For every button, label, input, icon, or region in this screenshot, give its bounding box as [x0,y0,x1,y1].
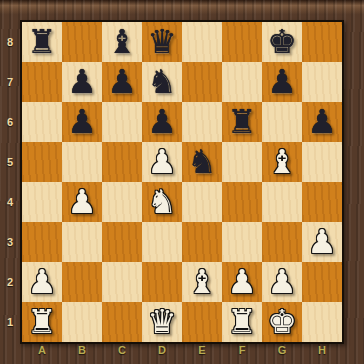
rank-label-6: 6 [0,102,20,142]
square-f7[interactable] [222,62,262,102]
square-e7[interactable] [182,62,222,102]
file-label-d: D [142,341,182,358]
square-c7[interactable]: ♟ [102,62,142,102]
square-c3[interactable] [102,222,142,262]
square-b8[interactable] [62,22,102,62]
black-pawn[interactable]: ♟ [107,62,137,102]
square-a5[interactable] [22,142,62,182]
file-label-b: B [62,341,102,358]
white-rook[interactable]: ♜ [227,302,257,342]
square-e8[interactable] [182,22,222,62]
square-d1[interactable]: ♛ [142,302,182,342]
square-b6[interactable]: ♟ [62,102,102,142]
square-a2[interactable]: ♟ [22,262,62,302]
board-frame: 87654321 ♜♝♛♚♟♟♞♟♟♟♜♟♟♞♝♟♞♟♟♝♟♟♜♛♜♚ ABCD… [0,0,364,364]
white-pawn[interactable]: ♟ [27,262,57,302]
square-g4[interactable] [262,182,302,222]
square-b3[interactable] [62,222,102,262]
square-e5[interactable]: ♞ [182,142,222,182]
file-label-g: G [262,341,302,358]
square-c4[interactable] [102,182,142,222]
rank-label-2: 2 [0,262,20,302]
square-b7[interactable]: ♟ [62,62,102,102]
square-g1[interactable]: ♚ [262,302,302,342]
black-knight[interactable]: ♞ [147,62,177,102]
square-e2[interactable]: ♝ [182,262,222,302]
square-h1[interactable] [302,302,342,342]
square-d5[interactable]: ♟ [142,142,182,182]
square-c8[interactable]: ♝ [102,22,142,62]
black-pawn[interactable]: ♟ [147,102,177,142]
black-pawn[interactable]: ♟ [267,62,297,102]
square-f5[interactable] [222,142,262,182]
square-e4[interactable] [182,182,222,222]
square-h7[interactable] [302,62,342,102]
white-pawn[interactable]: ♟ [307,222,337,262]
rank-label-5: 5 [0,142,20,182]
square-a1[interactable]: ♜ [22,302,62,342]
square-a4[interactable] [22,182,62,222]
square-g8[interactable]: ♚ [262,22,302,62]
black-queen[interactable]: ♛ [147,22,177,62]
square-a8[interactable]: ♜ [22,22,62,62]
black-pawn[interactable]: ♟ [307,102,337,142]
square-c6[interactable] [102,102,142,142]
square-e3[interactable] [182,222,222,262]
square-e1[interactable] [182,302,222,342]
black-rook[interactable]: ♜ [227,102,257,142]
square-c5[interactable] [102,142,142,182]
square-h3[interactable]: ♟ [302,222,342,262]
square-d6[interactable]: ♟ [142,102,182,142]
black-king[interactable]: ♚ [267,22,297,62]
square-c1[interactable] [102,302,142,342]
white-pawn[interactable]: ♟ [227,262,257,302]
square-f2[interactable]: ♟ [222,262,262,302]
square-h4[interactable] [302,182,342,222]
rank-label-4: 4 [0,182,20,222]
square-g5[interactable]: ♝ [262,142,302,182]
file-label-h: H [302,341,342,358]
square-f3[interactable] [222,222,262,262]
rank-labels: 87654321 [0,22,20,342]
square-a6[interactable] [22,102,62,142]
square-h2[interactable] [302,262,342,302]
square-b5[interactable] [62,142,102,182]
file-label-f: F [222,341,262,358]
white-bishop[interactable]: ♝ [267,142,297,182]
square-d7[interactable]: ♞ [142,62,182,102]
file-label-a: A [22,341,62,358]
square-b1[interactable] [62,302,102,342]
square-g3[interactable] [262,222,302,262]
square-f6[interactable]: ♜ [222,102,262,142]
black-knight[interactable]: ♞ [187,142,217,182]
white-queen[interactable]: ♛ [147,302,177,342]
black-pawn[interactable]: ♟ [67,102,97,142]
square-h5[interactable] [302,142,342,182]
white-bishop[interactable]: ♝ [187,262,217,302]
white-knight[interactable]: ♞ [147,182,177,222]
file-labels: ABCDEFGH [22,341,342,358]
square-f1[interactable]: ♜ [222,302,262,342]
rank-label-3: 3 [0,222,20,262]
black-rook[interactable]: ♜ [27,22,57,62]
square-a3[interactable] [22,222,62,262]
square-f8[interactable] [222,22,262,62]
black-bishop[interactable]: ♝ [107,22,137,62]
square-f4[interactable] [222,182,262,222]
white-pawn[interactable]: ♟ [267,262,297,302]
square-d3[interactable] [142,222,182,262]
white-pawn[interactable]: ♟ [67,182,97,222]
black-pawn[interactable]: ♟ [67,62,97,102]
rank-label-8: 8 [0,22,20,62]
rank-label-1: 1 [0,302,20,342]
rank-label-7: 7 [0,62,20,102]
square-d8[interactable]: ♛ [142,22,182,62]
square-e6[interactable] [182,102,222,142]
white-king[interactable]: ♚ [267,302,297,342]
square-d4[interactable]: ♞ [142,182,182,222]
square-g2[interactable]: ♟ [262,262,302,302]
square-g7[interactable]: ♟ [262,62,302,102]
square-h6[interactable]: ♟ [302,102,342,142]
square-b4[interactable]: ♟ [62,182,102,222]
white-pawn[interactable]: ♟ [147,142,177,182]
file-label-e: E [182,341,222,358]
square-a7[interactable] [22,62,62,102]
white-rook[interactable]: ♜ [27,302,57,342]
square-h8[interactable] [302,22,342,62]
square-d2[interactable] [142,262,182,302]
square-g6[interactable] [262,102,302,142]
chess-board: ♜♝♛♚♟♟♞♟♟♟♜♟♟♞♝♟♞♟♟♝♟♟♜♛♜♚ [20,20,344,344]
square-c2[interactable] [102,262,142,302]
square-b2[interactable] [62,262,102,302]
file-label-c: C [102,341,142,358]
